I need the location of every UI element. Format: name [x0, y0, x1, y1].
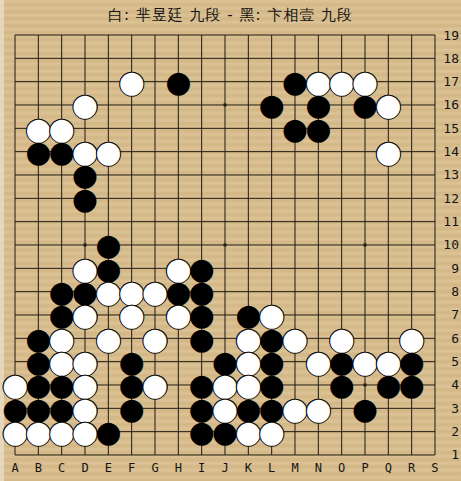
- intersection-P10[interactable]: [353, 233, 376, 256]
- intersection-F12[interactable]: [120, 187, 143, 210]
- intersection-G2[interactable]: [143, 420, 166, 443]
- intersection-A10[interactable]: [3, 233, 26, 256]
- intersection-F16[interactable]: [120, 93, 143, 116]
- intersection-N18[interactable]: [307, 47, 330, 70]
- intersection-L16[interactable]: ●: [260, 93, 283, 116]
- intersection-G15[interactable]: [143, 117, 166, 140]
- intersection-Q6[interactable]: [377, 327, 400, 350]
- intersection-A13[interactable]: [3, 163, 26, 186]
- intersection-A16[interactable]: [3, 93, 26, 116]
- intersection-O15[interactable]: [330, 117, 353, 140]
- intersection-I5[interactable]: [190, 350, 213, 373]
- intersection-N12[interactable]: [307, 187, 330, 210]
- intersection-C17[interactable]: [50, 70, 73, 93]
- intersection-E7[interactable]: [97, 303, 120, 326]
- intersection-Q7[interactable]: [377, 303, 400, 326]
- intersection-K8[interactable]: [237, 280, 260, 303]
- intersection-K11[interactable]: [237, 210, 260, 233]
- intersection-D19[interactable]: [73, 23, 96, 46]
- intersection-Q4[interactable]: ●: [377, 373, 400, 396]
- intersection-F10[interactable]: [120, 233, 143, 256]
- intersection-E15[interactable]: [97, 117, 120, 140]
- intersection-G17[interactable]: [143, 70, 166, 93]
- intersection-P13[interactable]: [353, 163, 376, 186]
- intersection-C14[interactable]: ●: [50, 140, 73, 163]
- intersection-N16[interactable]: ●: [307, 93, 330, 116]
- intersection-H4[interactable]: [167, 373, 190, 396]
- intersection-G19[interactable]: [143, 23, 166, 46]
- intersection-F6[interactable]: [120, 327, 143, 350]
- intersection-D14[interactable]: ●: [73, 140, 96, 163]
- intersection-G16[interactable]: [143, 93, 166, 116]
- intersection-N5[interactable]: ●: [307, 350, 330, 373]
- intersection-N8[interactable]: [307, 280, 330, 303]
- intersection-K2[interactable]: ●: [237, 420, 260, 443]
- intersection-I3[interactable]: ●: [190, 397, 213, 420]
- intersection-K16[interactable]: [237, 93, 260, 116]
- intersection-A2[interactable]: ●: [3, 420, 26, 443]
- intersection-E18[interactable]: [97, 47, 120, 70]
- intersection-J17[interactable]: [213, 70, 236, 93]
- intersection-F11[interactable]: [120, 210, 143, 233]
- intersection-F2[interactable]: [120, 420, 143, 443]
- intersection-B15[interactable]: ●: [27, 117, 50, 140]
- intersection-C6[interactable]: ●: [50, 327, 73, 350]
- intersection-M19[interactable]: [283, 23, 306, 46]
- intersection-D13[interactable]: ●: [73, 163, 96, 186]
- intersection-D16[interactable]: ●: [73, 93, 96, 116]
- intersection-A8[interactable]: [3, 280, 26, 303]
- intersection-Q5[interactable]: ●: [377, 350, 400, 373]
- intersection-D12[interactable]: ●: [73, 187, 96, 210]
- intersection-E13[interactable]: [97, 163, 120, 186]
- intersection-M5[interactable]: [283, 350, 306, 373]
- intersection-Q13[interactable]: [377, 163, 400, 186]
- intersection-J13[interactable]: [213, 163, 236, 186]
- intersection-A3[interactable]: ●: [3, 397, 26, 420]
- intersection-I16[interactable]: [190, 93, 213, 116]
- intersection-R12[interactable]: [400, 187, 423, 210]
- intersection-E16[interactable]: [97, 93, 120, 116]
- intersection-H7[interactable]: ●: [167, 303, 190, 326]
- intersection-I7[interactable]: ●: [190, 303, 213, 326]
- intersection-B4[interactable]: ●: [27, 373, 50, 396]
- intersection-D17[interactable]: [73, 70, 96, 93]
- intersection-H6[interactable]: [167, 327, 190, 350]
- intersection-O4[interactable]: ●: [330, 373, 353, 396]
- intersection-P16[interactable]: ●: [353, 93, 376, 116]
- intersection-B7[interactable]: [27, 303, 50, 326]
- intersection-N7[interactable]: [307, 303, 330, 326]
- intersection-I6[interactable]: ●: [190, 327, 213, 350]
- intersection-F18[interactable]: [120, 47, 143, 70]
- intersection-R3[interactable]: [400, 397, 423, 420]
- intersection-A4[interactable]: ●: [3, 373, 26, 396]
- intersection-L2[interactable]: ●: [260, 420, 283, 443]
- intersection-P11[interactable]: [353, 210, 376, 233]
- intersection-E12[interactable]: [97, 187, 120, 210]
- intersection-A17[interactable]: [3, 70, 26, 93]
- intersection-R15[interactable]: [400, 117, 423, 140]
- intersection-C15[interactable]: ●: [50, 117, 73, 140]
- intersection-M11[interactable]: [283, 210, 306, 233]
- intersection-G6[interactable]: ●: [143, 327, 166, 350]
- intersection-F8[interactable]: ●: [120, 280, 143, 303]
- intersection-K12[interactable]: [237, 187, 260, 210]
- intersection-D10[interactable]: [73, 233, 96, 256]
- intersection-N2[interactable]: [307, 420, 330, 443]
- intersection-H11[interactable]: [167, 210, 190, 233]
- intersection-D11[interactable]: [73, 210, 96, 233]
- intersection-K17[interactable]: [237, 70, 260, 93]
- intersection-F5[interactable]: ●: [120, 350, 143, 373]
- intersection-F7[interactable]: ●: [120, 303, 143, 326]
- intersection-B13[interactable]: [27, 163, 50, 186]
- intersection-F17[interactable]: ●: [120, 70, 143, 93]
- intersection-L3[interactable]: ●: [260, 397, 283, 420]
- intersection-G4[interactable]: ●: [143, 373, 166, 396]
- intersection-I19[interactable]: [190, 23, 213, 46]
- intersection-I18[interactable]: [190, 47, 213, 70]
- intersection-I10[interactable]: [190, 233, 213, 256]
- intersection-N13[interactable]: [307, 163, 330, 186]
- intersection-O7[interactable]: [330, 303, 353, 326]
- intersection-M2[interactable]: [283, 420, 306, 443]
- intersection-Q16[interactable]: ●: [377, 93, 400, 116]
- intersection-R6[interactable]: ●: [400, 327, 423, 350]
- intersection-E6[interactable]: ●: [97, 327, 120, 350]
- intersection-C9[interactable]: [50, 257, 73, 280]
- intersection-R19[interactable]: [400, 23, 423, 46]
- intersection-L18[interactable]: [260, 47, 283, 70]
- intersection-E3[interactable]: [97, 397, 120, 420]
- intersection-C4[interactable]: ●: [50, 373, 73, 396]
- intersection-C10[interactable]: [50, 233, 73, 256]
- intersection-J14[interactable]: [213, 140, 236, 163]
- intersection-M4[interactable]: [283, 373, 306, 396]
- intersection-D7[interactable]: ●: [73, 303, 96, 326]
- intersection-Q11[interactable]: [377, 210, 400, 233]
- intersection-K4[interactable]: ●: [237, 373, 260, 396]
- intersection-N19[interactable]: [307, 23, 330, 46]
- intersection-B6[interactable]: ●: [27, 327, 50, 350]
- intersection-N17[interactable]: ●: [307, 70, 330, 93]
- intersection-O11[interactable]: [330, 210, 353, 233]
- intersection-H10[interactable]: [167, 233, 190, 256]
- intersection-E10[interactable]: ●: [97, 233, 120, 256]
- intersection-G14[interactable]: [143, 140, 166, 163]
- intersection-O14[interactable]: [330, 140, 353, 163]
- intersection-B10[interactable]: [27, 233, 50, 256]
- intersection-R14[interactable]: [400, 140, 423, 163]
- intersection-Q12[interactable]: [377, 187, 400, 210]
- intersection-L5[interactable]: ●: [260, 350, 283, 373]
- intersection-G13[interactable]: [143, 163, 166, 186]
- intersection-P2[interactable]: [353, 420, 376, 443]
- intersection-Q14[interactable]: ●: [377, 140, 400, 163]
- intersection-I4[interactable]: ●: [190, 373, 213, 396]
- intersection-R18[interactable]: [400, 47, 423, 70]
- intersection-M18[interactable]: [283, 47, 306, 70]
- intersection-O2[interactable]: [330, 420, 353, 443]
- intersection-Q2[interactable]: [377, 420, 400, 443]
- intersection-L13[interactable]: [260, 163, 283, 186]
- intersection-K15[interactable]: [237, 117, 260, 140]
- intersection-R5[interactable]: ●: [400, 350, 423, 373]
- intersection-B9[interactable]: [27, 257, 50, 280]
- intersection-N9[interactable]: [307, 257, 330, 280]
- intersection-Q8[interactable]: [377, 280, 400, 303]
- intersection-C2[interactable]: ●: [50, 420, 73, 443]
- intersection-C18[interactable]: [50, 47, 73, 70]
- intersection-C3[interactable]: ●: [50, 397, 73, 420]
- intersection-E4[interactable]: [97, 373, 120, 396]
- intersection-M14[interactable]: [283, 140, 306, 163]
- intersection-B5[interactable]: ●: [27, 350, 50, 373]
- intersection-A15[interactable]: [3, 117, 26, 140]
- intersection-O17[interactable]: ●: [330, 70, 353, 93]
- intersection-K14[interactable]: [237, 140, 260, 163]
- intersection-O3[interactable]: [330, 397, 353, 420]
- intersection-I14[interactable]: [190, 140, 213, 163]
- intersection-R17[interactable]: [400, 70, 423, 93]
- intersection-E5[interactable]: [97, 350, 120, 373]
- intersection-R11[interactable]: [400, 210, 423, 233]
- intersection-B16[interactable]: [27, 93, 50, 116]
- intersection-K3[interactable]: ●: [237, 397, 260, 420]
- intersection-D9[interactable]: ●: [73, 257, 96, 280]
- intersection-R10[interactable]: [400, 233, 423, 256]
- intersection-C12[interactable]: [50, 187, 73, 210]
- intersection-L12[interactable]: [260, 187, 283, 210]
- intersection-H16[interactable]: [167, 93, 190, 116]
- intersection-Q17[interactable]: [377, 70, 400, 93]
- intersection-E9[interactable]: ●: [97, 257, 120, 280]
- intersection-K6[interactable]: ●: [237, 327, 260, 350]
- intersection-R13[interactable]: [400, 163, 423, 186]
- intersection-M12[interactable]: [283, 187, 306, 210]
- intersection-O13[interactable]: [330, 163, 353, 186]
- intersection-P3[interactable]: ●: [353, 397, 376, 420]
- intersection-F14[interactable]: [120, 140, 143, 163]
- intersection-Q15[interactable]: [377, 117, 400, 140]
- intersection-H3[interactable]: [167, 397, 190, 420]
- intersection-P4[interactable]: [353, 373, 376, 396]
- intersection-K5[interactable]: ●: [237, 350, 260, 373]
- intersection-J8[interactable]: [213, 280, 236, 303]
- intersection-J5[interactable]: ●: [213, 350, 236, 373]
- intersection-C16[interactable]: [50, 93, 73, 116]
- intersection-P8[interactable]: [353, 280, 376, 303]
- intersection-O6[interactable]: ●: [330, 327, 353, 350]
- intersection-C19[interactable]: [50, 23, 73, 46]
- intersection-H9[interactable]: ●: [167, 257, 190, 280]
- intersection-A19[interactable]: [3, 23, 26, 46]
- intersection-A11[interactable]: [3, 210, 26, 233]
- intersection-A6[interactable]: [3, 327, 26, 350]
- intersection-N15[interactable]: ●: [307, 117, 330, 140]
- intersection-F15[interactable]: [120, 117, 143, 140]
- intersection-I2[interactable]: ●: [190, 420, 213, 443]
- intersection-F4[interactable]: ●: [120, 373, 143, 396]
- intersection-K7[interactable]: ●: [237, 303, 260, 326]
- intersection-G9[interactable]: [143, 257, 166, 280]
- intersection-N11[interactable]: [307, 210, 330, 233]
- intersection-J6[interactable]: [213, 327, 236, 350]
- intersection-A7[interactable]: [3, 303, 26, 326]
- intersection-R9[interactable]: [400, 257, 423, 280]
- intersection-J9[interactable]: [213, 257, 236, 280]
- intersection-C8[interactable]: ●: [50, 280, 73, 303]
- intersection-J16[interactable]: [213, 93, 236, 116]
- intersection-I12[interactable]: [190, 187, 213, 210]
- intersection-H17[interactable]: ●: [167, 70, 190, 93]
- intersection-L17[interactable]: [260, 70, 283, 93]
- intersection-H2[interactable]: [167, 420, 190, 443]
- intersection-P9[interactable]: [353, 257, 376, 280]
- intersection-H19[interactable]: [167, 23, 190, 46]
- intersection-J4[interactable]: ●: [213, 373, 236, 396]
- intersection-J3[interactable]: ●: [213, 397, 236, 420]
- intersection-P14[interactable]: [353, 140, 376, 163]
- intersection-D5[interactable]: ●: [73, 350, 96, 373]
- intersection-L15[interactable]: [260, 117, 283, 140]
- intersection-B12[interactable]: [27, 187, 50, 210]
- intersection-M13[interactable]: [283, 163, 306, 186]
- intersection-H18[interactable]: [167, 47, 190, 70]
- intersection-P5[interactable]: ●: [353, 350, 376, 373]
- intersection-A18[interactable]: [3, 47, 26, 70]
- intersection-A9[interactable]: [3, 257, 26, 280]
- intersection-G3[interactable]: [143, 397, 166, 420]
- intersection-J15[interactable]: [213, 117, 236, 140]
- intersection-M16[interactable]: [283, 93, 306, 116]
- intersection-D15[interactable]: [73, 117, 96, 140]
- intersection-I17[interactable]: [190, 70, 213, 93]
- intersection-D3[interactable]: ●: [73, 397, 96, 420]
- intersection-L11[interactable]: [260, 210, 283, 233]
- intersection-K18[interactable]: [237, 47, 260, 70]
- intersection-H5[interactable]: [167, 350, 190, 373]
- intersection-M10[interactable]: [283, 233, 306, 256]
- intersection-B17[interactable]: [27, 70, 50, 93]
- intersection-L6[interactable]: ●: [260, 327, 283, 350]
- intersection-H13[interactable]: [167, 163, 190, 186]
- intersection-C13[interactable]: [50, 163, 73, 186]
- intersection-L8[interactable]: [260, 280, 283, 303]
- intersection-J18[interactable]: [213, 47, 236, 70]
- intersection-J19[interactable]: [213, 23, 236, 46]
- intersection-E11[interactable]: [97, 210, 120, 233]
- intersection-G12[interactable]: [143, 187, 166, 210]
- intersection-G11[interactable]: [143, 210, 166, 233]
- intersection-H12[interactable]: [167, 187, 190, 210]
- intersection-O8[interactable]: [330, 280, 353, 303]
- intersection-O18[interactable]: [330, 47, 353, 70]
- intersection-G7[interactable]: [143, 303, 166, 326]
- intersection-J10[interactable]: [213, 233, 236, 256]
- intersection-D2[interactable]: ●: [73, 420, 96, 443]
- intersection-E19[interactable]: [97, 23, 120, 46]
- intersection-D8[interactable]: ●: [73, 280, 96, 303]
- intersection-L9[interactable]: [260, 257, 283, 280]
- intersection-F3[interactable]: ●: [120, 397, 143, 420]
- intersection-M3[interactable]: ●: [283, 397, 306, 420]
- intersection-K9[interactable]: [237, 257, 260, 280]
- intersection-A12[interactable]: [3, 187, 26, 210]
- intersection-H8[interactable]: ●: [167, 280, 190, 303]
- intersection-I8[interactable]: ●: [190, 280, 213, 303]
- intersection-G8[interactable]: ●: [143, 280, 166, 303]
- intersection-R8[interactable]: [400, 280, 423, 303]
- intersection-G10[interactable]: [143, 233, 166, 256]
- intersection-K13[interactable]: [237, 163, 260, 186]
- intersection-D18[interactable]: [73, 47, 96, 70]
- intersection-M6[interactable]: ●: [283, 327, 306, 350]
- intersection-L4[interactable]: ●: [260, 373, 283, 396]
- intersection-L10[interactable]: [260, 233, 283, 256]
- intersection-B18[interactable]: [27, 47, 50, 70]
- intersection-C7[interactable]: ●: [50, 303, 73, 326]
- intersection-O16[interactable]: [330, 93, 353, 116]
- intersection-R2[interactable]: [400, 420, 423, 443]
- intersection-E14[interactable]: ●: [97, 140, 120, 163]
- intersection-E2[interactable]: ●: [97, 420, 120, 443]
- intersection-M7[interactable]: [283, 303, 306, 326]
- intersection-R4[interactable]: ●: [400, 373, 423, 396]
- intersection-Q3[interactable]: [377, 397, 400, 420]
- intersection-G5[interactable]: [143, 350, 166, 373]
- intersection-B19[interactable]: [27, 23, 50, 46]
- intersection-J7[interactable]: [213, 303, 236, 326]
- intersection-H14[interactable]: [167, 140, 190, 163]
- intersection-I9[interactable]: ●: [190, 257, 213, 280]
- intersection-E17[interactable]: [97, 70, 120, 93]
- intersection-P18[interactable]: [353, 47, 376, 70]
- intersection-J11[interactable]: [213, 210, 236, 233]
- intersection-D4[interactable]: ●: [73, 373, 96, 396]
- intersection-F19[interactable]: [120, 23, 143, 46]
- intersection-N14[interactable]: [307, 140, 330, 163]
- intersection-Q19[interactable]: [377, 23, 400, 46]
- intersection-M8[interactable]: [283, 280, 306, 303]
- intersection-N3[interactable]: ●: [307, 397, 330, 420]
- intersection-E8[interactable]: ●: [97, 280, 120, 303]
- intersection-O10[interactable]: [330, 233, 353, 256]
- intersection-B14[interactable]: ●: [27, 140, 50, 163]
- intersection-O9[interactable]: [330, 257, 353, 280]
- intersection-K19[interactable]: [237, 23, 260, 46]
- intersection-P7[interactable]: [353, 303, 376, 326]
- intersection-O19[interactable]: [330, 23, 353, 46]
- intersection-P6[interactable]: [353, 327, 376, 350]
- intersection-B11[interactable]: [27, 210, 50, 233]
- intersection-I15[interactable]: [190, 117, 213, 140]
- intersection-K10[interactable]: [237, 233, 260, 256]
- intersection-F9[interactable]: [120, 257, 143, 280]
- intersection-B3[interactable]: ●: [27, 397, 50, 420]
- intersection-P19[interactable]: [353, 23, 376, 46]
- intersection-R7[interactable]: [400, 303, 423, 326]
- intersection-A5[interactable]: [3, 350, 26, 373]
- intersection-A14[interactable]: [3, 140, 26, 163]
- intersection-H15[interactable]: [167, 117, 190, 140]
- intersection-C11[interactable]: [50, 210, 73, 233]
- intersection-P15[interactable]: [353, 117, 376, 140]
- intersection-B2[interactable]: ●: [27, 420, 50, 443]
- intersection-M15[interactable]: ●: [283, 117, 306, 140]
- intersection-R16[interactable]: [400, 93, 423, 116]
